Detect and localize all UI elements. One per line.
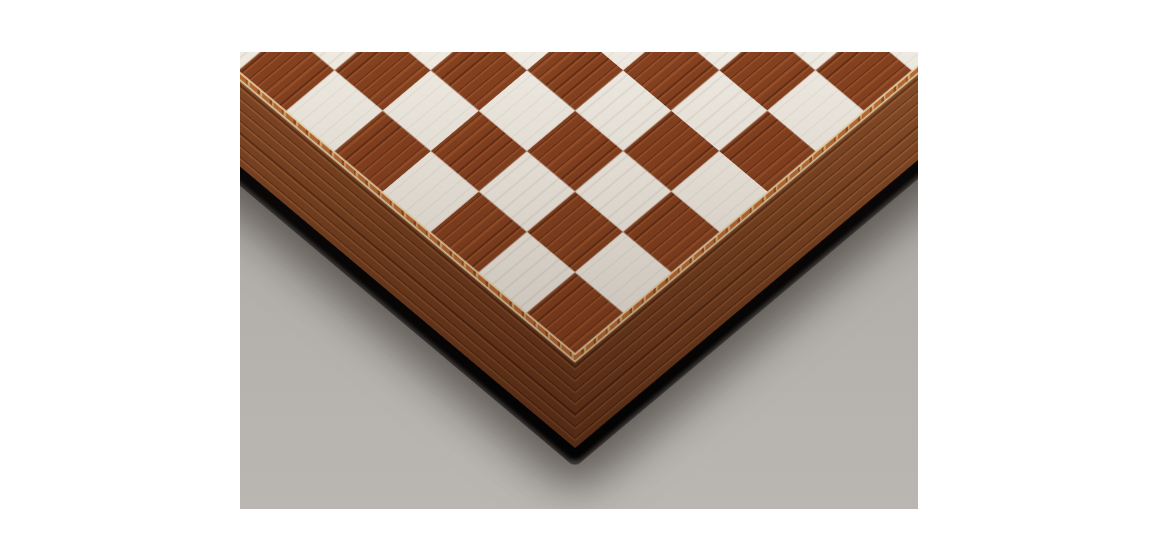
chess-board xyxy=(240,52,918,448)
board-photo xyxy=(240,52,918,509)
